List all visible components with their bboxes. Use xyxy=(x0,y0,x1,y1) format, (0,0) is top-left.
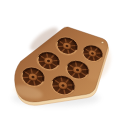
hang-hole xyxy=(101,41,104,43)
product-photo-canvas xyxy=(0,0,128,128)
donut-pan-photo xyxy=(0,0,128,128)
